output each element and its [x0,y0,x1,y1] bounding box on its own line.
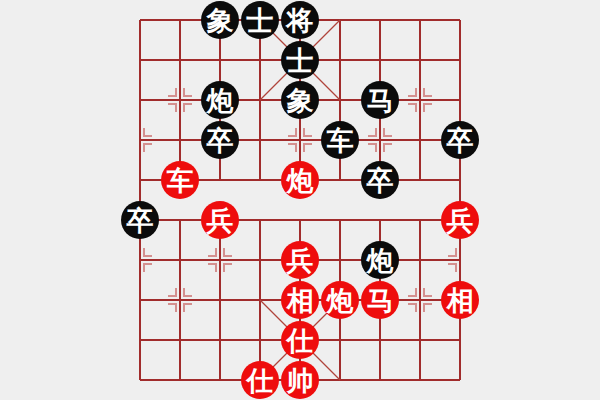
piece-red-炮-4-4[interactable]: 炮 [281,161,319,199]
piece-black-卒-2-3[interactable]: 卒 [201,121,239,159]
piece-red-帅-4-9[interactable]: 帅 [281,361,319,399]
piece-red-仕-3-9[interactable]: 仕 [241,361,279,399]
piece-red-马-6-7[interactable]: 马 [361,281,399,319]
piece-red-相-4-7[interactable]: 相 [281,281,319,319]
piece-black-卒-0-5[interactable]: 卒 [121,201,159,239]
piece-black-炮-2-2[interactable]: 炮 [201,81,239,119]
piece-black-卒-6-4[interactable]: 卒 [361,161,399,199]
piece-red-炮-5-7[interactable]: 炮 [321,281,359,319]
xiangqi-board: 象士将士炮象马卒车卒车炮卒卒兵兵兵炮相炮马相仕仕帅 [0,0,600,400]
piece-black-炮-6-6[interactable]: 炮 [361,241,399,279]
piece-red-仕-4-8[interactable]: 仕 [281,321,319,359]
piece-black-车-5-3[interactable]: 车 [321,121,359,159]
piece-red-兵-2-5[interactable]: 兵 [201,201,239,239]
piece-black-马-6-2[interactable]: 马 [361,81,399,119]
piece-red-兵-4-6[interactable]: 兵 [281,241,319,279]
piece-red-相-8-7[interactable]: 相 [441,281,479,319]
piece-black-将-4-0[interactable]: 将 [281,1,319,39]
piece-black-象-2-0[interactable]: 象 [201,1,239,39]
piece-black-士-4-1[interactable]: 士 [281,41,319,79]
pieces-layer: 象士将士炮象马卒车卒车炮卒卒兵兵兵炮相炮马相仕仕帅 [120,0,480,400]
piece-red-兵-8-5[interactable]: 兵 [441,201,479,239]
piece-black-象-4-2[interactable]: 象 [281,81,319,119]
piece-black-卒-8-3[interactable]: 卒 [441,121,479,159]
piece-black-士-3-0[interactable]: 士 [241,1,279,39]
piece-red-车-1-4[interactable]: 车 [161,161,199,199]
